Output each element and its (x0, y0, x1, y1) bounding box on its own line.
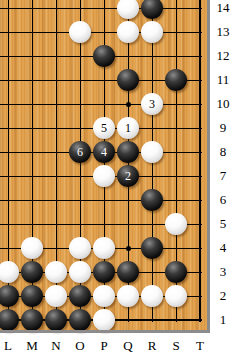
stone-black-M2 (21, 285, 43, 307)
move-number-label-2: 2 (117, 165, 139, 187)
star-point-Q4 (126, 246, 131, 251)
stone-black-Q11 (117, 69, 139, 91)
coord-label-row-6: 6 (211, 192, 235, 208)
move-number-label-1: 1 (117, 117, 139, 139)
bottom-separator (0, 330, 210, 333)
stone-white-O13 (69, 21, 91, 43)
stone-black-O2 (69, 285, 91, 307)
coord-label-row-11: 11 (211, 72, 235, 88)
coord-label-col-S: S (164, 338, 188, 354)
coord-label-row-1: 1 (211, 312, 235, 328)
stone-black-P3 (93, 261, 115, 283)
stone-black-L1 (0, 309, 19, 331)
stone-white-R13 (141, 21, 163, 43)
coord-label-row-7: 7 (211, 168, 235, 184)
coord-label-col-P: P (92, 338, 116, 354)
stone-black-R6 (141, 189, 163, 211)
coord-label-row-10: 10 (211, 96, 235, 112)
star-point-Q10 (126, 102, 131, 107)
move-number-label-5: 5 (93, 117, 115, 139)
stone-white-N3 (45, 261, 67, 283)
stone-white-P1 (93, 309, 115, 331)
stone-black-Q8 (117, 141, 139, 163)
stone-black-O8: 6 (69, 141, 91, 163)
stone-black-S3 (165, 261, 187, 283)
stone-white-L3 (0, 261, 19, 283)
stone-black-M1 (21, 309, 43, 331)
stone-black-R14 (141, 0, 163, 19)
stone-white-R2 (141, 285, 163, 307)
stone-white-S5 (165, 213, 187, 235)
grid-line-row-14 (0, 8, 202, 9)
stone-white-P2 (93, 285, 115, 307)
coord-label-col-O: O (68, 338, 92, 354)
stone-black-R4 (141, 237, 163, 259)
coord-label-row-14: 14 (211, 0, 235, 16)
coord-label-row-8: 8 (211, 144, 235, 160)
coord-label-row-4: 4 (211, 240, 235, 256)
stone-white-R8 (141, 141, 163, 163)
stone-black-N1 (45, 309, 67, 331)
stone-black-O1 (69, 309, 91, 331)
stone-white-P9: 5 (93, 117, 115, 139)
stone-white-Q14 (117, 0, 139, 19)
stone-white-N2 (45, 285, 67, 307)
stone-white-Q9: 1 (117, 117, 139, 139)
stone-black-M3 (21, 261, 43, 283)
move-number-label-4: 4 (93, 141, 115, 163)
coord-label-col-L: L (0, 338, 20, 354)
coord-label-row-9: 9 (211, 120, 235, 136)
grid-line-row-13 (0, 32, 202, 33)
stone-black-Q3 (117, 261, 139, 283)
coord-label-col-M: M (20, 338, 44, 354)
stone-white-P7 (93, 165, 115, 187)
grid-line-row-6 (0, 200, 202, 201)
stone-black-Q7: 2 (117, 165, 139, 187)
stone-white-Q2 (117, 285, 139, 307)
stone-white-O4 (69, 237, 91, 259)
coord-label-col-R: R (140, 338, 164, 354)
move-number-label-6: 6 (69, 141, 91, 163)
stone-white-M4 (21, 237, 43, 259)
move-number-label-3: 3 (141, 93, 163, 115)
stone-white-Q13 (117, 21, 139, 43)
stone-white-S2 (165, 285, 187, 307)
grid-line-col-T (199, 0, 201, 322)
right-separator (207, 0, 210, 333)
coord-label-col-Q: Q (116, 338, 140, 354)
coord-label-row-2: 2 (211, 288, 235, 304)
coord-label-row-3: 3 (211, 264, 235, 280)
stone-black-P8: 4 (93, 141, 115, 163)
go-diagram: 351642 1413121110987654321 LMNOPQRST (0, 0, 236, 356)
coord-label-col-N: N (44, 338, 68, 354)
go-board[interactable]: 351642 (0, 0, 207, 330)
coord-label-row-12: 12 (211, 48, 235, 64)
stone-white-O3 (69, 261, 91, 283)
stone-white-P4 (93, 237, 115, 259)
stone-black-L2 (0, 285, 19, 307)
stone-black-S11 (165, 69, 187, 91)
grid-line-row-10 (0, 104, 202, 105)
coord-label-col-T: T (188, 338, 212, 354)
coord-label-row-13: 13 (211, 24, 235, 40)
stone-black-P12 (93, 45, 115, 67)
coord-label-row-5: 5 (211, 216, 235, 232)
stone-white-R10: 3 (141, 93, 163, 115)
